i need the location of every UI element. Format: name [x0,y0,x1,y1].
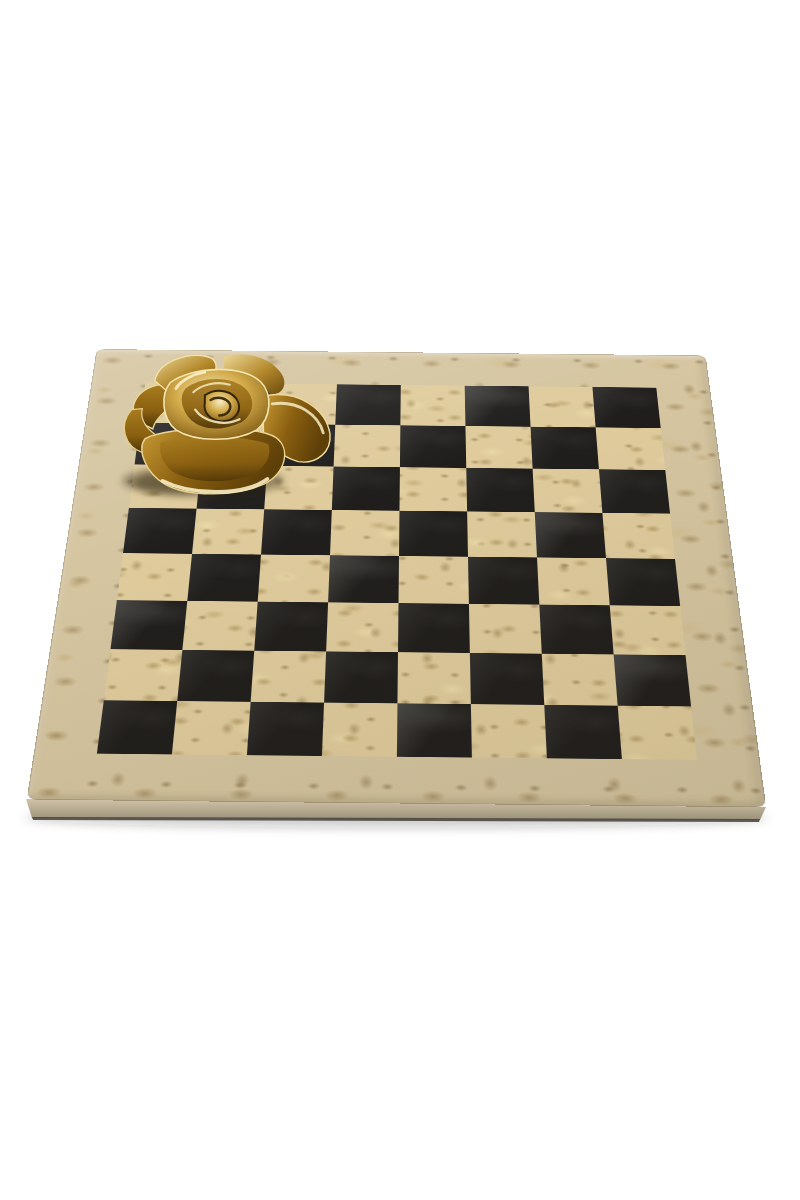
square-d8 [335,384,401,425]
slab-side-shadow-line [32,817,760,822]
square-g4 [537,557,610,605]
square-b7 [201,423,270,466]
square-g6 [533,469,603,513]
square-g1 [544,705,622,759]
photo-canvas [0,0,800,1200]
square-b3 [182,601,257,651]
square-c2 [251,651,326,703]
board-border [27,349,767,807]
square-e4 [399,556,469,604]
square-b6 [197,465,268,509]
square-h7 [596,427,666,470]
square-b2 [177,650,254,702]
square-b8 [205,383,273,424]
square-h1 [618,706,697,760]
square-a5 [123,508,197,554]
square-c4 [258,555,330,603]
square-g5 [535,512,606,558]
square-f2 [470,653,544,705]
square-h5 [602,513,675,559]
square-f5 [467,511,537,557]
square-h2 [614,654,691,706]
square-c7 [267,424,335,467]
square-g7 [531,427,599,470]
square-a1 [97,700,177,754]
square-e3 [398,603,470,653]
square-d3 [326,602,398,652]
square-f6 [466,468,534,512]
square-c1 [247,702,324,756]
square-f3 [469,604,542,654]
square-g8 [529,386,596,427]
square-e5 [399,511,468,557]
square-c3 [254,602,328,652]
square-g3 [539,605,613,655]
square-d4 [328,555,399,603]
square-a6 [129,464,201,508]
square-d6 [332,467,400,511]
square-d7 [334,425,401,468]
chessboard [27,349,767,807]
square-f1 [471,704,547,758]
square-h3 [610,605,686,655]
square-e7 [400,425,466,468]
drop-shadow [24,808,768,828]
square-e8 [400,385,465,426]
square-a7 [135,423,206,466]
square-f4 [468,557,539,605]
square-b5 [192,509,264,555]
square-e2 [397,652,470,704]
square-a8 [140,382,209,423]
square-h6 [599,469,670,513]
square-b1 [172,701,251,755]
board-grid [97,382,697,760]
square-d2 [324,651,398,703]
square-d1 [322,703,398,757]
square-e6 [399,467,467,511]
square-b4 [187,554,261,602]
square-h8 [592,387,660,428]
square-e1 [397,703,472,757]
square-c8 [270,384,337,425]
square-a3 [110,600,187,650]
square-f7 [465,426,532,469]
square-d5 [330,510,399,556]
square-a2 [104,649,183,701]
square-c5 [261,509,332,555]
square-g2 [542,654,618,706]
square-f8 [465,386,531,427]
square-h4 [606,558,680,606]
square-c6 [264,466,333,510]
square-a4 [117,553,192,601]
